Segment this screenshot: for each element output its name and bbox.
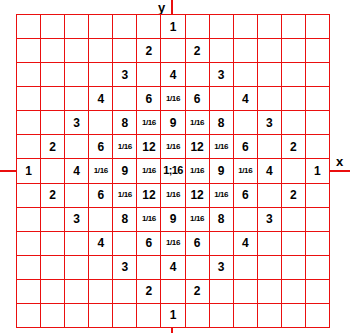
grid-cell-r13c5	[113, 304, 136, 327]
grid-cell-r11c9: 3	[210, 256, 233, 279]
grid-cell-r5c5: 8	[113, 111, 136, 134]
grid-cell-r12c1	[17, 280, 40, 303]
grid-cell-r11c3	[65, 256, 88, 279]
grid-cell-r10c8: 6	[186, 232, 209, 255]
grid-cell-r8c9: 1/16	[210, 184, 233, 207]
grid-cell-r4c1	[17, 87, 40, 110]
grid-cell-r7c10: 1/16	[234, 159, 257, 182]
grid-cell-r12c2	[41, 280, 64, 303]
grid-cell-r8c5: 1/16	[113, 184, 136, 207]
grid-cell-r2c12	[282, 39, 305, 62]
diagram-canvas: y x 122343461/1664381/1691/1683261/16121…	[0, 0, 350, 333]
grid-cell-r1c12	[282, 15, 305, 38]
grid-cell-r7c3: 4	[65, 159, 88, 182]
grid-cell-r10c7: 1/16	[161, 232, 184, 255]
grid-cell-r13c6	[137, 304, 160, 327]
grid-cell-r6c6: 12	[137, 135, 160, 158]
number-grid: 122343461/1664381/1691/1683261/16121/161…	[16, 14, 330, 328]
grid-cell-r4c10: 4	[234, 87, 257, 110]
grid-cell-r9c2	[41, 208, 64, 231]
y-axis-tick-bottom	[171, 328, 173, 333]
grid-cell-r2c6: 2	[137, 39, 160, 62]
grid-cell-r8c2: 2	[41, 184, 64, 207]
grid-cell-r8c6: 12	[137, 184, 160, 207]
grid-cell-r7c13: 1	[306, 159, 329, 182]
y-axis-tick-top	[171, 0, 173, 15]
grid-cell-r11c13	[306, 256, 329, 279]
grid-cell-r8c12: 2	[282, 184, 305, 207]
grid-cell-r12c5	[113, 280, 136, 303]
grid-cell-r3c7: 4	[161, 63, 184, 86]
grid-cell-r8c10: 6	[234, 184, 257, 207]
grid-cell-r3c10	[234, 63, 257, 86]
grid-cell-r4c12	[282, 87, 305, 110]
grid-cell-r7c8: 1/16	[186, 159, 209, 182]
grid-cell-r2c13	[306, 39, 329, 62]
grid-cell-r3c11	[258, 63, 281, 86]
grid-cell-r5c6: 1/16	[137, 111, 160, 134]
grid-cell-r9c1	[17, 208, 40, 231]
grid-cell-r11c8	[186, 256, 209, 279]
grid-cell-r10c11	[258, 232, 281, 255]
grid-cell-r1c4	[89, 15, 112, 38]
grid-cell-r3c12	[282, 63, 305, 86]
grid-cell-r10c6: 6	[137, 232, 160, 255]
grid-cell-r12c10	[234, 280, 257, 303]
x-axis-tick-left	[0, 170, 16, 172]
grid-cell-r8c11	[258, 184, 281, 207]
grid-cell-r2c10	[234, 39, 257, 62]
grid-cell-r6c7: 1/16	[161, 135, 184, 158]
grid-cell-r11c4	[89, 256, 112, 279]
grid-cell-r1c7: 1	[161, 15, 184, 38]
grid-cell-r4c8: 6	[186, 87, 209, 110]
grid-cell-r9c3: 3	[65, 208, 88, 231]
grid-cell-r10c10: 4	[234, 232, 257, 255]
grid-cell-r7c7: 1;16	[161, 159, 184, 182]
grid-cell-r13c10	[234, 304, 257, 327]
grid-cell-r1c6	[137, 15, 160, 38]
grid-cell-r12c12	[282, 280, 305, 303]
grid-cell-r2c5	[113, 39, 136, 62]
grid-cell-r3c8	[186, 63, 209, 86]
grid-cell-r4c7: 1/16	[161, 87, 184, 110]
grid-cell-r7c12	[282, 159, 305, 182]
grid-cell-r13c2	[41, 304, 64, 327]
grid-cell-r8c13	[306, 184, 329, 207]
grid-cell-r13c4	[89, 304, 112, 327]
grid-cell-r11c5: 3	[113, 256, 136, 279]
grid-cell-r11c2	[41, 256, 64, 279]
grid-cell-r4c3	[65, 87, 88, 110]
grid-cell-r7c4: 1/16	[89, 159, 112, 182]
grid-cell-r3c13	[306, 63, 329, 86]
grid-cell-r6c12: 2	[282, 135, 305, 158]
grid-cell-r3c2	[41, 63, 64, 86]
grid-cell-r11c6	[137, 256, 160, 279]
grid-cell-r2c1	[17, 39, 40, 62]
grid-cell-r5c1	[17, 111, 40, 134]
grid-cell-r4c4: 4	[89, 87, 112, 110]
grid-cell-r2c8: 2	[186, 39, 209, 62]
grid-cell-r12c6: 2	[137, 280, 160, 303]
grid-cell-r3c5: 3	[113, 63, 136, 86]
x-axis-tick-right	[330, 170, 350, 172]
grid-cell-r10c13	[306, 232, 329, 255]
grid-cell-r6c11	[258, 135, 281, 158]
grid-cell-r2c4	[89, 39, 112, 62]
grid-cell-r5c3: 3	[65, 111, 88, 134]
grid-cell-r1c9	[210, 15, 233, 38]
grid-cell-r7c11: 4	[258, 159, 281, 182]
grid-cell-r8c4: 6	[89, 184, 112, 207]
grid-cell-r7c5: 9	[113, 159, 136, 182]
grid-cell-r10c5	[113, 232, 136, 255]
grid-cell-r7c1: 1	[17, 159, 40, 182]
grid-cell-r9c4	[89, 208, 112, 231]
grid-cell-r8c8: 12	[186, 184, 209, 207]
grid-cell-r13c12	[282, 304, 305, 327]
grid-cell-r1c5	[113, 15, 136, 38]
grid-cell-r5c7: 9	[161, 111, 184, 134]
grid-cell-r6c10: 6	[234, 135, 257, 158]
grid-cell-r3c6	[137, 63, 160, 86]
grid-cell-r8c1	[17, 184, 40, 207]
grid-cell-r10c2	[41, 232, 64, 255]
grid-cell-r10c4: 4	[89, 232, 112, 255]
grid-cell-r1c10	[234, 15, 257, 38]
grid-cell-r11c12	[282, 256, 305, 279]
grid-cell-r5c8: 1/16	[186, 111, 209, 134]
grid-cell-r10c1	[17, 232, 40, 255]
grid-cell-r2c7	[161, 39, 184, 62]
grid-cell-r12c13	[306, 280, 329, 303]
grid-cell-r11c1	[17, 256, 40, 279]
grid-cell-r1c13	[306, 15, 329, 38]
grid-cell-r9c7: 9	[161, 208, 184, 231]
grid-cell-r4c5	[113, 87, 136, 110]
grid-cell-r3c3	[65, 63, 88, 86]
grid-cell-r6c9: 1/16	[210, 135, 233, 158]
grid-cell-r12c8: 2	[186, 280, 209, 303]
grid-cell-r12c7	[161, 280, 184, 303]
grid-cell-r13c8	[186, 304, 209, 327]
grid-cell-r9c10	[234, 208, 257, 231]
grid-cell-r7c6: 1/16	[137, 159, 160, 182]
x-axis-label: x	[336, 155, 343, 168]
grid-cell-r10c9	[210, 232, 233, 255]
grid-cell-r1c11	[258, 15, 281, 38]
grid-cell-r3c4	[89, 63, 112, 86]
grid-cell-r10c12	[282, 232, 305, 255]
grid-cell-r1c1	[17, 15, 40, 38]
grid-cell-r9c9: 8	[210, 208, 233, 231]
grid-cell-r9c13	[306, 208, 329, 231]
grid-cell-r5c12	[282, 111, 305, 134]
grid-cell-r9c8: 1/16	[186, 208, 209, 231]
grid-cell-r13c11	[258, 304, 281, 327]
grid-cell-r4c9	[210, 87, 233, 110]
grid-cell-r9c5: 8	[113, 208, 136, 231]
grid-cell-r6c2: 2	[41, 135, 64, 158]
grid-cell-r1c8	[186, 15, 209, 38]
grid-cell-r2c9	[210, 39, 233, 62]
grid-cell-r13c3	[65, 304, 88, 327]
y-axis-label: y	[158, 1, 165, 14]
grid-cell-r7c9: 9	[210, 159, 233, 182]
grid-cell-r1c3	[65, 15, 88, 38]
grid-cell-r6c3	[65, 135, 88, 158]
grid-cell-r8c3	[65, 184, 88, 207]
grid-cell-r6c8: 12	[186, 135, 209, 158]
grid-cell-r6c1	[17, 135, 40, 158]
grid-cell-r6c5: 1/16	[113, 135, 136, 158]
grid-cell-r5c10	[234, 111, 257, 134]
grid-cell-r5c4	[89, 111, 112, 134]
grid-cell-r12c3	[65, 280, 88, 303]
grid-cell-r10c3	[65, 232, 88, 255]
grid-cell-r11c11	[258, 256, 281, 279]
grid-cell-r13c9	[210, 304, 233, 327]
grid-cell-r2c11	[258, 39, 281, 62]
grid-cell-r8c7: 1/16	[161, 184, 184, 207]
grid-cell-r11c7: 4	[161, 256, 184, 279]
grid-cell-r4c2	[41, 87, 64, 110]
grid-cell-r4c6: 6	[137, 87, 160, 110]
grid-cell-r9c12	[282, 208, 305, 231]
grid-cell-r2c3	[65, 39, 88, 62]
grid-cell-r12c4	[89, 280, 112, 303]
grid-cell-r12c11	[258, 280, 281, 303]
grid-cell-r7c2	[41, 159, 64, 182]
grid-cell-r6c4: 6	[89, 135, 112, 158]
grid-cell-r13c1	[17, 304, 40, 327]
grid-cell-r5c2	[41, 111, 64, 134]
grid-cell-r9c11: 3	[258, 208, 281, 231]
grid-cell-r12c9	[210, 280, 233, 303]
grid-cell-r1c2	[41, 15, 64, 38]
grid-cell-r5c9: 8	[210, 111, 233, 134]
grid-cell-r6c13	[306, 135, 329, 158]
grid-cell-r4c13	[306, 87, 329, 110]
grid-cell-r9c6: 1/16	[137, 208, 160, 231]
grid-cell-r13c13	[306, 304, 329, 327]
grid-cell-r5c13	[306, 111, 329, 134]
grid-cell-r3c9: 3	[210, 63, 233, 86]
grid-cell-r11c10	[234, 256, 257, 279]
grid-cell-r2c2	[41, 39, 64, 62]
grid-cell-r5c11: 3	[258, 111, 281, 134]
grid-cell-r4c11	[258, 87, 281, 110]
grid-cell-r3c1	[17, 63, 40, 86]
grid-cell-r13c7: 1	[161, 304, 184, 327]
